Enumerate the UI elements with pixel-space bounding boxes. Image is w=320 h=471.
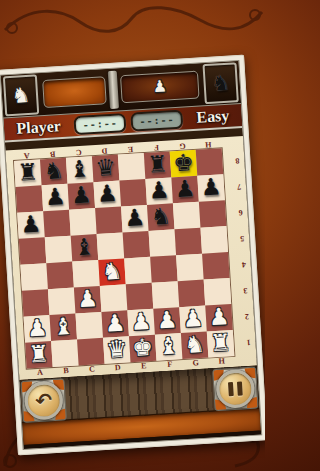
rank-labels-right: 87654321: [230, 147, 257, 355]
square-d8[interactable]: ♛: [92, 155, 120, 183]
square-e1[interactable]: ♚: [129, 335, 157, 363]
square-e7[interactable]: [119, 179, 147, 207]
square-c7[interactable]: ♟: [68, 182, 96, 210]
captured-by-black-tray: ♟: [120, 71, 199, 104]
square-c4[interactable]: [72, 260, 100, 288]
square-h5[interactable]: [200, 226, 228, 254]
square-c2[interactable]: [75, 312, 103, 340]
file-label-bottom-E: E: [131, 361, 158, 373]
square-h3[interactable]: [204, 278, 232, 306]
game-panel-content: ♞ ♟ ♞ Player --:-- --:-- Easy ABCDEFGH ♜…: [1, 61, 261, 449]
black-rook: ♜: [144, 149, 172, 179]
square-b2[interactable]: ♝: [50, 313, 78, 341]
white-pawn: ♟: [127, 307, 155, 337]
square-h2[interactable]: ♟: [205, 304, 233, 332]
white-pawn: ♟: [179, 304, 207, 334]
white-knight: ♞: [98, 256, 126, 286]
square-b3[interactable]: [48, 288, 76, 316]
white-pawn: ♟: [153, 305, 181, 335]
rank-label-7: 7: [231, 173, 247, 200]
square-f1[interactable]: ♝: [155, 333, 183, 361]
white-pawn: ♟: [23, 313, 51, 343]
rank-label-2: 2: [239, 303, 255, 330]
white-player-name: Player: [8, 117, 70, 139]
rank-label-3: 3: [238, 277, 254, 304]
square-h8[interactable]: [196, 148, 224, 176]
square-c6[interactable]: [69, 208, 97, 236]
file-label-bottom-B: B: [53, 365, 80, 377]
square-e2[interactable]: ♟: [127, 309, 155, 337]
white-queen: ♛: [103, 334, 131, 364]
white-pawn: ♟: [101, 308, 129, 338]
rank-label-4: 4: [236, 251, 252, 278]
square-c5[interactable]: ♝: [71, 234, 99, 262]
white-pawn: ♟: [205, 302, 233, 332]
undo-icon: ↶: [35, 390, 53, 411]
square-e8[interactable]: [118, 153, 146, 181]
square-d1[interactable]: ♛: [103, 336, 131, 364]
square-a8[interactable]: ♜: [14, 159, 42, 187]
board-grid: ♜♞♝♛♜♚♟♟♟♟♟♟♟♟♞♝♞♟♟♝♟♟♟♟♟♜♛♚♝♞♜: [14, 148, 234, 368]
undo-button-mount: ↶: [20, 378, 66, 423]
square-a2[interactable]: ♟: [24, 315, 52, 343]
white-pawn: ♟: [74, 284, 102, 314]
square-d2[interactable]: ♟: [101, 310, 129, 338]
square-d6[interactable]: [95, 207, 123, 235]
square-a3[interactable]: [22, 289, 50, 317]
file-label-bottom-A: A: [27, 367, 54, 379]
black-pawn: ♟: [145, 175, 173, 205]
white-bishop: ♝: [49, 312, 77, 342]
file-label-bottom-D: D: [105, 362, 132, 374]
square-d3[interactable]: [100, 284, 128, 312]
square-b7[interactable]: ♟: [42, 184, 70, 212]
captured-white-pawn-icon: ♟: [152, 77, 168, 98]
square-e5[interactable]: [123, 231, 151, 259]
square-g7[interactable]: ♟: [171, 176, 199, 204]
square-h6[interactable]: [199, 200, 227, 228]
top-flourish-ornament: [0, 0, 265, 40]
black-knight: ♞: [40, 156, 68, 186]
square-g6[interactable]: [173, 202, 201, 230]
square-b6[interactable]: [43, 210, 71, 238]
black-pawn: ♟: [197, 172, 225, 202]
game-panel: ♞ ♟ ♞ Player --:-- --:-- Easy ABCDEFGH ♜…: [0, 55, 265, 456]
square-g2[interactable]: ♟: [179, 306, 207, 334]
square-b5[interactable]: [45, 236, 73, 264]
square-f3[interactable]: [152, 281, 180, 309]
file-label-bottom-H: H: [208, 356, 235, 368]
square-h7[interactable]: ♟: [197, 174, 225, 202]
square-a1[interactable]: ♜: [25, 341, 53, 369]
white-player-emblem: ♞: [3, 74, 39, 116]
square-c8[interactable]: ♝: [66, 156, 94, 184]
square-b8[interactable]: ♞: [40, 158, 68, 186]
square-b4[interactable]: [46, 262, 74, 290]
file-label-bottom-G: G: [182, 357, 209, 369]
square-g1[interactable]: ♞: [181, 332, 209, 360]
black-queen: ♛: [92, 153, 120, 183]
black-pawn: ♟: [121, 203, 149, 233]
square-a5[interactable]: [19, 237, 47, 265]
square-d5[interactable]: [97, 232, 125, 260]
square-h4[interactable]: [202, 252, 230, 280]
white-player-clock: --:--: [74, 113, 127, 135]
rank-label-1: 1: [241, 329, 257, 356]
square-h1[interactable]: ♜: [207, 330, 235, 358]
rank-label-8: 8: [230, 147, 246, 174]
square-f4[interactable]: [150, 255, 178, 283]
white-rook: ♜: [25, 339, 53, 369]
square-c3[interactable]: ♟: [74, 286, 102, 314]
square-f8[interactable]: ♜: [144, 151, 172, 179]
square-f6[interactable]: ♞: [147, 203, 175, 231]
black-king: ♚: [170, 148, 198, 178]
file-label-bottom-F: F: [156, 359, 183, 371]
black-pawn: ♟: [67, 180, 95, 210]
black-player-name: Easy: [187, 106, 238, 127]
square-b1[interactable]: [51, 339, 79, 367]
black-bishop: ♝: [71, 232, 99, 262]
white-bishop: ♝: [155, 331, 183, 361]
chessboard-frame: ABCDEFGH ♜♞♝♛♜♚♟♟♟♟♟♟♟♟♞♝♞♟♟♝♟♟♟♟♟♜♛♚♝♞♜…: [5, 136, 257, 380]
square-a4[interactable]: [20, 263, 48, 291]
black-pawn: ♟: [93, 179, 121, 209]
square-g3[interactable]: [178, 280, 206, 308]
black-knight: ♞: [147, 201, 175, 231]
pause-icon: [228, 381, 243, 396]
white-knight-icon: ♞: [11, 80, 32, 111]
black-pawn: ♟: [41, 182, 69, 212]
pause-button-mount: [212, 367, 258, 412]
captured-by-white-tray: [42, 76, 107, 108]
square-d4[interactable]: ♞: [98, 258, 126, 286]
square-f7[interactable]: ♟: [145, 177, 173, 205]
rank-label-5: 5: [234, 225, 250, 252]
square-g8[interactable]: ♚: [170, 150, 198, 178]
black-pawn: ♟: [17, 209, 45, 239]
black-knight-icon: ♞: [210, 68, 231, 99]
black-pawn: ♟: [171, 174, 199, 204]
white-knight: ♞: [181, 330, 209, 360]
rank-label-6: 6: [233, 199, 249, 226]
square-e3[interactable]: [126, 283, 154, 311]
black-bishop: ♝: [66, 154, 94, 184]
black-player-clock: --:--: [131, 109, 184, 131]
square-f2[interactable]: ♟: [153, 307, 181, 335]
square-f5[interactable]: [149, 229, 177, 257]
pause-button[interactable]: [215, 369, 255, 409]
black-rook: ♜: [14, 157, 42, 187]
square-g4[interactable]: [176, 254, 204, 282]
file-label-bottom-C: C: [79, 364, 106, 376]
black-player-emblem: ♞: [202, 62, 238, 104]
square-a6[interactable]: ♟: [17, 211, 45, 239]
app-root: { "game": "chess", "position": { "fen": …: [0, 0, 265, 471]
square-a7[interactable]: [16, 185, 44, 213]
square-d7[interactable]: ♟: [93, 181, 121, 209]
white-rook: ♜: [207, 328, 235, 358]
square-e4[interactable]: [124, 257, 152, 285]
square-e6[interactable]: ♟: [121, 205, 149, 233]
square-g5[interactable]: [175, 228, 203, 256]
tray-divider-ornament: [108, 71, 119, 109]
undo-button[interactable]: ↶: [24, 380, 64, 420]
white-king: ♚: [129, 333, 157, 363]
square-c1[interactable]: [77, 338, 105, 366]
